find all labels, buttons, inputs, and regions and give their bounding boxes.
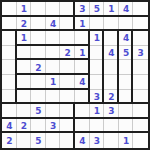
cell-r8c5[interactable] bbox=[60, 104, 75, 119]
cell-r7c9[interactable] bbox=[119, 90, 134, 105]
cell-r8c6[interactable] bbox=[75, 104, 90, 119]
cell-r8c10[interactable] bbox=[133, 104, 148, 119]
cell-r9c6[interactable] bbox=[75, 119, 90, 134]
cell-r4c8[interactable]: 4 bbox=[104, 46, 119, 61]
cell-r2c6[interactable]: 1 bbox=[75, 17, 90, 32]
cell-r2c9[interactable] bbox=[119, 17, 134, 32]
cell-r2c5[interactable] bbox=[60, 17, 75, 32]
cell-r9c10[interactable] bbox=[133, 119, 148, 134]
cell-r2c4[interactable]: 4 bbox=[46, 17, 61, 32]
cell-r10c7[interactable]: 3 bbox=[90, 133, 105, 148]
puzzle-board: 13514241114214532143251342325431 bbox=[0, 0, 150, 150]
cell-r9c9[interactable] bbox=[119, 119, 134, 134]
cell-r6c1[interactable] bbox=[2, 75, 17, 90]
cell-r4c5[interactable]: 2 bbox=[60, 46, 75, 61]
cell-r5c9[interactable] bbox=[119, 60, 134, 75]
cell-r3c4[interactable] bbox=[46, 31, 61, 46]
cell-r1c3[interactable] bbox=[31, 2, 46, 17]
cell-r5c7[interactable] bbox=[90, 60, 105, 75]
cell-r8c9[interactable] bbox=[119, 104, 134, 119]
cell-r6c2[interactable] bbox=[17, 75, 32, 90]
cell-r3c10[interactable] bbox=[133, 31, 148, 46]
cell-r7c8[interactable]: 2 bbox=[104, 90, 119, 105]
cell-r5c10[interactable] bbox=[133, 60, 148, 75]
cell-r10c6[interactable]: 4 bbox=[75, 133, 90, 148]
cell-r9c2[interactable]: 2 bbox=[17, 119, 32, 134]
cell-r5c1[interactable] bbox=[2, 60, 17, 75]
cell-r5c3[interactable]: 2 bbox=[31, 60, 46, 75]
cell-r3c8[interactable] bbox=[104, 31, 119, 46]
cell-r7c5[interactable] bbox=[60, 90, 75, 105]
cell-r2c2[interactable]: 2 bbox=[17, 17, 32, 32]
cell-r10c10[interactable] bbox=[133, 133, 148, 148]
cell-r10c2[interactable] bbox=[17, 133, 32, 148]
cell-r6c8[interactable] bbox=[104, 75, 119, 90]
cell-r8c8[interactable]: 3 bbox=[104, 104, 119, 119]
cell-r7c6[interactable] bbox=[75, 90, 90, 105]
cell-r3c5[interactable] bbox=[60, 31, 75, 46]
cell-r7c7[interactable]: 3 bbox=[90, 90, 105, 105]
cell-r7c1[interactable] bbox=[2, 90, 17, 105]
cell-r1c5[interactable] bbox=[60, 2, 75, 17]
cell-r10c5[interactable] bbox=[60, 133, 75, 148]
cell-r5c4[interactable] bbox=[46, 60, 61, 75]
cell-r2c1[interactable] bbox=[2, 17, 17, 32]
cell-r8c7[interactable]: 1 bbox=[90, 104, 105, 119]
cell-r3c1[interactable] bbox=[2, 31, 17, 46]
cell-r9c7[interactable] bbox=[90, 119, 105, 134]
cell-r1c6[interactable]: 3 bbox=[75, 2, 90, 17]
cell-r4c3[interactable] bbox=[31, 46, 46, 61]
cell-r6c4[interactable]: 1 bbox=[46, 75, 61, 90]
cell-r6c5[interactable] bbox=[60, 75, 75, 90]
cell-r1c4[interactable] bbox=[46, 2, 61, 17]
cell-r4c4[interactable] bbox=[46, 46, 61, 61]
cell-r9c3[interactable] bbox=[31, 119, 46, 134]
cell-r3c9[interactable]: 4 bbox=[119, 31, 134, 46]
cell-r4c6[interactable]: 1 bbox=[75, 46, 90, 61]
cell-r7c3[interactable] bbox=[31, 90, 46, 105]
cell-r1c9[interactable]: 4 bbox=[119, 2, 134, 17]
cell-r3c2[interactable]: 1 bbox=[17, 31, 32, 46]
cell-r1c10[interactable] bbox=[133, 2, 148, 17]
cell-r2c8[interactable] bbox=[104, 17, 119, 32]
cell-r4c7[interactable] bbox=[90, 46, 105, 61]
cell-r8c3[interactable]: 5 bbox=[31, 104, 46, 119]
cell-r8c1[interactable] bbox=[2, 104, 17, 119]
cell-r9c5[interactable] bbox=[60, 119, 75, 134]
cell-r10c1[interactable]: 2 bbox=[2, 133, 17, 148]
cell-r4c2[interactable] bbox=[17, 46, 32, 61]
cell-r3c6[interactable] bbox=[75, 31, 90, 46]
cell-r1c2[interactable]: 1 bbox=[17, 2, 32, 17]
cell-r5c2[interactable] bbox=[17, 60, 32, 75]
cell-r6c6[interactable]: 4 bbox=[75, 75, 90, 90]
cell-r2c7[interactable] bbox=[90, 17, 105, 32]
cell-r6c10[interactable] bbox=[133, 75, 148, 90]
cell-r7c10[interactable] bbox=[133, 90, 148, 105]
cell-r6c7[interactable] bbox=[90, 75, 105, 90]
cell-r10c8[interactable] bbox=[104, 133, 119, 148]
cell-r1c8[interactable]: 1 bbox=[104, 2, 119, 17]
cell-r10c9[interactable]: 1 bbox=[119, 133, 134, 148]
cell-r6c3[interactable] bbox=[31, 75, 46, 90]
cell-r4c9[interactable]: 5 bbox=[119, 46, 134, 61]
cell-r7c4[interactable] bbox=[46, 90, 61, 105]
cell-r8c4[interactable] bbox=[46, 104, 61, 119]
cell-r3c7[interactable]: 1 bbox=[90, 31, 105, 46]
cell-r9c8[interactable] bbox=[104, 119, 119, 134]
cell-r1c1[interactable] bbox=[2, 2, 17, 17]
cell-r2c10[interactable] bbox=[133, 17, 148, 32]
cell-r4c1[interactable] bbox=[2, 46, 17, 61]
cell-r7c2[interactable] bbox=[17, 90, 32, 105]
cell-r10c3[interactable]: 5 bbox=[31, 133, 46, 148]
cell-r3c3[interactable] bbox=[31, 31, 46, 46]
cell-r9c4[interactable]: 3 bbox=[46, 119, 61, 134]
cell-r9c1[interactable]: 4 bbox=[2, 119, 17, 134]
cell-r2c3[interactable] bbox=[31, 17, 46, 32]
cell-r4c10[interactable]: 3 bbox=[133, 46, 148, 61]
cell-r5c8[interactable] bbox=[104, 60, 119, 75]
cell-r10c4[interactable] bbox=[46, 133, 61, 148]
cell-r5c6[interactable] bbox=[75, 60, 90, 75]
cell-r5c5[interactable] bbox=[60, 60, 75, 75]
cell-r1c7[interactable]: 5 bbox=[90, 2, 105, 17]
cell-r8c2[interactable] bbox=[17, 104, 32, 119]
cell-r6c9[interactable] bbox=[119, 75, 134, 90]
